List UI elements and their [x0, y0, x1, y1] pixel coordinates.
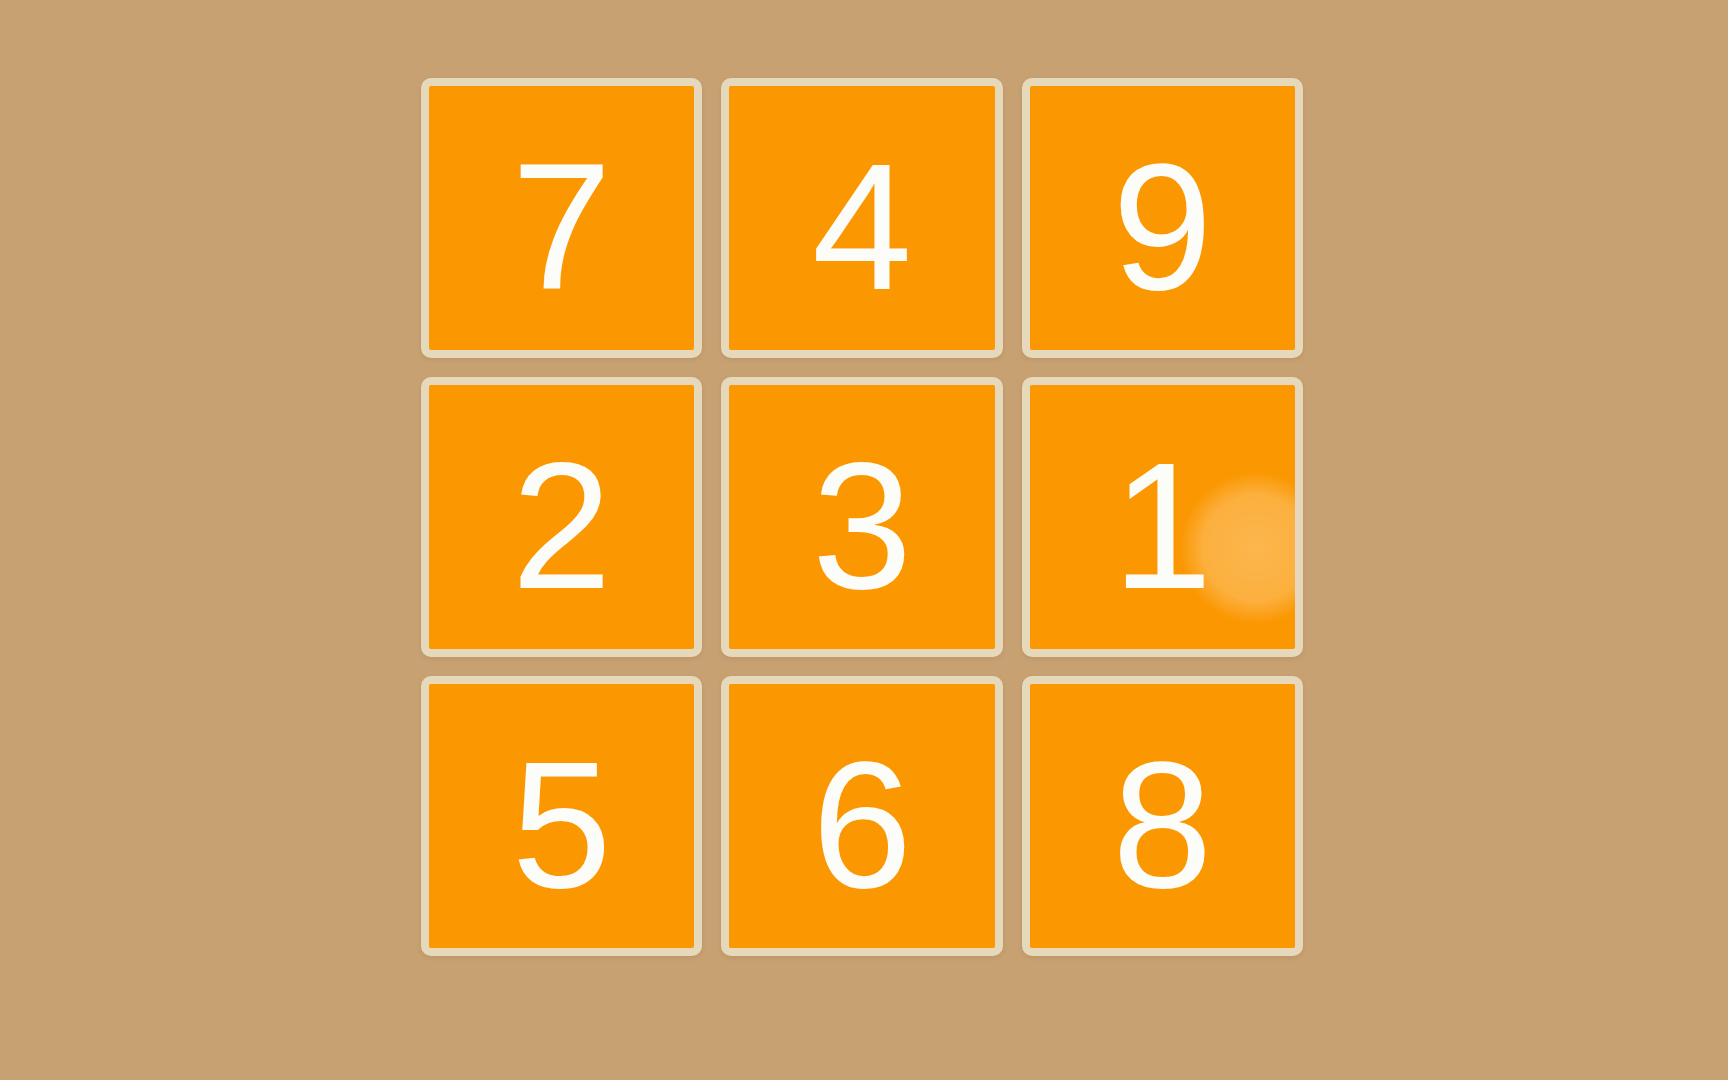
tile-digit: 2: [512, 436, 612, 616]
tile-r3c3[interactable]: 8: [1022, 676, 1303, 956]
tile-digit: 1: [1112, 436, 1212, 616]
tile-r2c1[interactable]: 2: [421, 377, 702, 657]
tile-digit: 6: [812, 735, 912, 915]
tile-digit: 5: [512, 735, 612, 915]
tile-digit: 4: [812, 137, 912, 317]
tile-r1c2[interactable]: 4: [721, 78, 1002, 358]
tile-r1c3[interactable]: 9: [1022, 78, 1303, 358]
tile-digit: 8: [1112, 735, 1212, 915]
puzzle-board: 7 4 9 2 3 1 5 6 8: [421, 78, 1303, 956]
tile-r1c1[interactable]: 7: [421, 78, 702, 358]
tile-digit: 9: [1112, 137, 1212, 317]
tile-r3c2[interactable]: 6: [721, 676, 1002, 956]
tile-r2c2[interactable]: 3: [721, 377, 1002, 657]
tile-digit: 7: [512, 137, 612, 317]
tile-digit: 3: [812, 436, 912, 616]
tile-r2c3[interactable]: 1: [1022, 377, 1303, 657]
tile-r3c1[interactable]: 5: [421, 676, 702, 956]
